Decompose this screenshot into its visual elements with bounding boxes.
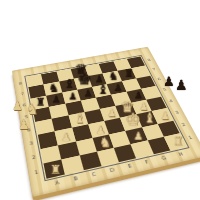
white-bishop: ♝ <box>143 111 155 124</box>
coord-label: 4 <box>168 99 173 103</box>
board-3d: ABCDEFGH 87654321 87654321 ♛♞♝♚♟♞♜♜♟♟♟♝♟… <box>12 47 200 197</box>
coord-label: 1 <box>34 170 39 176</box>
black-pawn: ♟ <box>84 89 93 99</box>
square-d2: ♞ <box>92 134 114 151</box>
coord-label: C <box>91 172 96 178</box>
black-pawn: ♟ <box>52 95 61 105</box>
chess-set-photo: ABCDEFGH 87654321 87654321 ♛♞♝♚♟♞♜♜♟♟♟♝♟… <box>0 0 200 200</box>
captured-white-pawn: ♟ <box>12 100 23 112</box>
coord-label: B <box>73 176 78 182</box>
square-b1 <box>61 155 83 174</box>
white-pawn: ♟ <box>139 102 148 112</box>
square-a4 <box>35 119 55 135</box>
white-pawn: ♟ <box>62 132 72 143</box>
white-pawn: ♟ <box>108 109 117 119</box>
white-rook: ♜ <box>173 136 184 148</box>
square-b4 <box>52 115 72 131</box>
coord-label: 8 <box>147 58 151 61</box>
coord-label: 7 <box>20 92 24 96</box>
square-b2 <box>58 141 79 159</box>
scene: ABCDEFGH 87654321 87654321 ♛♞♝♚♟♞♜♜♟♟♟♝♟… <box>21 30 179 188</box>
coord-label: 2 <box>32 155 36 160</box>
coord-label: F <box>144 160 149 165</box>
black-pawn: ♟ <box>68 92 77 102</box>
chess-board: ABCDEFGH 87654321 87654321 ♛♞♝♚♟♞♜♜♟♟♟♝♟… <box>12 47 200 197</box>
white-knight: ♞ <box>99 136 111 149</box>
coord-label: 6 <box>157 78 161 82</box>
captured-white-pawn: ♟ <box>18 118 30 131</box>
coord-label: 8 <box>19 82 23 86</box>
white-pawn: ♟ <box>134 131 144 142</box>
coord-label: D <box>109 167 115 173</box>
coord-label: E <box>127 163 132 168</box>
coord-label: 2 <box>181 123 186 128</box>
coord-label: 7 <box>152 68 156 72</box>
white-pawn: ♟ <box>96 125 106 136</box>
captured-black-pawn: ♟ <box>175 78 188 92</box>
coord-label: 3 <box>175 110 180 114</box>
black-pawn: ♟ <box>134 91 143 101</box>
black-knight: ♞ <box>49 82 59 94</box>
coord-label: 3 <box>29 141 33 146</box>
white-pawn: ♟ <box>160 111 169 121</box>
coord-label: G <box>161 156 167 161</box>
coord-label: 1 <box>188 136 193 141</box>
square-a1: ♜ <box>43 159 65 179</box>
white-rook: ♜ <box>50 163 61 176</box>
captured-white-knight: ♞ <box>26 102 39 116</box>
black-pawn: ♟ <box>95 75 103 84</box>
black-pawn: ♟ <box>114 83 123 93</box>
square-d1 <box>97 148 119 167</box>
coord-label: A <box>55 180 60 186</box>
captured-black-pawn: ♟ <box>163 75 175 88</box>
coord-label: H <box>178 152 184 157</box>
